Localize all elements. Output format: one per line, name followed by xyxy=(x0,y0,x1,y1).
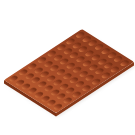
product-photo xyxy=(0,0,135,135)
lego-plate xyxy=(4,29,134,113)
stud-grid xyxy=(5,30,132,112)
